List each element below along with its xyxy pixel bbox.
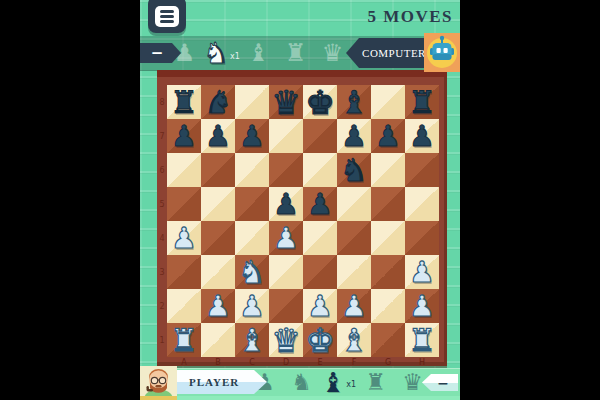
square-b7[interactable]: ♟ bbox=[201, 119, 235, 153]
piece-black-pawn[interactable]: ♟ bbox=[337, 119, 371, 153]
piece-black-pawn[interactable]: ♟ bbox=[405, 119, 439, 153]
piece-black-rook[interactable]: ♜ bbox=[405, 85, 439, 119]
square-e7[interactable] bbox=[303, 119, 337, 153]
captured-rook-slot: ♜ bbox=[277, 41, 314, 65]
piece-white-pawn[interactable]: ♟ bbox=[405, 255, 439, 289]
captured-knight-slot: ♞x1 bbox=[203, 39, 240, 68]
rank-labels: 87654321 bbox=[157, 85, 167, 357]
piece-black-queen[interactable]: ♛ bbox=[269, 85, 303, 119]
square-a2[interactable] bbox=[167, 289, 201, 323]
square-g8[interactable] bbox=[371, 85, 405, 119]
piece-black-knight[interactable]: ♞ bbox=[337, 153, 371, 187]
square-c1[interactable]: ♝ bbox=[235, 323, 269, 357]
square-b3[interactable] bbox=[201, 255, 235, 289]
square-h4[interactable] bbox=[405, 221, 439, 255]
chess-board-frame: 87654321 ♜♞♛♚♝♜♟♟♟♟♟♟♞♟♟♟♟♞♟♟♟♟♟♟♜♝♛♚♝♜ … bbox=[157, 70, 447, 366]
square-f3[interactable] bbox=[337, 255, 371, 289]
square-f6[interactable]: ♞ bbox=[337, 153, 371, 187]
square-d7[interactable] bbox=[269, 119, 303, 153]
square-a3[interactable] bbox=[167, 255, 201, 289]
captured-knight-icon: ♞ bbox=[291, 371, 312, 394]
square-f5[interactable] bbox=[337, 187, 371, 221]
chess-board: ♜♞♛♚♝♜♟♟♟♟♟♟♞♟♟♟♟♞♟♟♟♟♟♟♜♝♛♚♝♜ bbox=[167, 85, 439, 357]
square-h1[interactable]: ♜ bbox=[405, 323, 439, 357]
computer-name-label: COMPUTER bbox=[362, 47, 426, 59]
file-label-c: C bbox=[235, 358, 269, 367]
piece-white-bishop[interactable]: ♝ bbox=[235, 323, 269, 357]
captured-queen-icon: ♛ bbox=[322, 41, 344, 65]
piece-black-rook[interactable]: ♜ bbox=[167, 85, 201, 119]
square-g2[interactable] bbox=[371, 289, 405, 323]
rank-label-1: 1 bbox=[157, 323, 167, 357]
square-c3[interactable]: ♞ bbox=[235, 255, 269, 289]
computer-avatar bbox=[424, 33, 460, 72]
square-d1[interactable]: ♛ bbox=[269, 323, 303, 357]
captured-bishop-icon: ♝ bbox=[248, 41, 270, 65]
square-g1[interactable] bbox=[371, 323, 405, 357]
player-avatar bbox=[140, 366, 177, 400]
square-c7[interactable]: ♟ bbox=[235, 119, 269, 153]
file-label-h: H bbox=[405, 358, 439, 367]
piece-white-pawn[interactable]: ♟ bbox=[405, 289, 439, 323]
square-d6[interactable] bbox=[269, 153, 303, 187]
piece-black-pawn[interactable]: ♟ bbox=[371, 119, 405, 153]
square-c4[interactable] bbox=[235, 221, 269, 255]
computer-captured-tray: ♟♞x1♝♜♛ bbox=[166, 36, 351, 70]
square-h6[interactable] bbox=[405, 153, 439, 187]
captured-rook-icon: ♜ bbox=[285, 41, 307, 65]
captured-bishop-slot: ♝x1 bbox=[320, 369, 357, 396]
rank-label-5: 5 bbox=[157, 187, 167, 221]
rank-label-8: 8 bbox=[157, 85, 167, 119]
menu-button[interactable] bbox=[148, 0, 186, 33]
file-label-d: D bbox=[269, 358, 303, 367]
file-label-e: E bbox=[303, 358, 337, 367]
computer-name-ribbon: COMPUTER bbox=[346, 38, 434, 68]
file-label-g: G bbox=[371, 358, 405, 367]
file-label-f: F bbox=[337, 358, 371, 367]
square-d8[interactable]: ♛ bbox=[269, 85, 303, 119]
square-a4[interactable]: ♟ bbox=[167, 221, 201, 255]
moves-counter: 5 MOVES bbox=[367, 7, 453, 27]
bottom-edge-strip bbox=[140, 396, 460, 400]
piece-black-pawn[interactable]: ♟ bbox=[167, 119, 201, 153]
app-window: 5 MOVES − ♟♞x1♝♜♛ COMPUTER 87654321 ♜ bbox=[0, 0, 600, 400]
square-e6[interactable] bbox=[303, 153, 337, 187]
square-h7[interactable]: ♟ bbox=[405, 119, 439, 153]
square-g3[interactable] bbox=[371, 255, 405, 289]
square-c6[interactable] bbox=[235, 153, 269, 187]
piece-black-bishop[interactable]: ♝ bbox=[337, 85, 371, 119]
captured-knight-slot: ♞ bbox=[283, 371, 320, 394]
captured-knight-icon: ♞ bbox=[203, 39, 229, 68]
rank-label-3: 3 bbox=[157, 255, 167, 289]
square-e2[interactable]: ♟ bbox=[303, 289, 337, 323]
square-f4[interactable] bbox=[337, 221, 371, 255]
square-f7[interactable]: ♟ bbox=[337, 119, 371, 153]
square-a1[interactable]: ♜ bbox=[167, 323, 201, 357]
square-d3[interactable] bbox=[269, 255, 303, 289]
hamburger-menu-icon bbox=[155, 6, 179, 27]
square-e1[interactable]: ♚ bbox=[303, 323, 337, 357]
piece-black-knight[interactable]: ♞ bbox=[201, 85, 235, 119]
captured-bishop-count: x1 bbox=[346, 380, 356, 389]
piece-black-pawn[interactable]: ♟ bbox=[235, 119, 269, 153]
square-e3[interactable] bbox=[303, 255, 337, 289]
piece-white-queen[interactable]: ♛ bbox=[269, 323, 303, 357]
square-e4[interactable] bbox=[303, 221, 337, 255]
square-c2[interactable]: ♟ bbox=[235, 289, 269, 323]
square-a8[interactable]: ♜ bbox=[167, 85, 201, 119]
rank-label-4: 4 bbox=[157, 221, 167, 255]
square-f1[interactable]: ♝ bbox=[337, 323, 371, 357]
piece-white-pawn[interactable]: ♟ bbox=[167, 221, 201, 255]
robot-icon bbox=[424, 33, 460, 72]
square-g6[interactable] bbox=[371, 153, 405, 187]
game-screen: 5 MOVES − ♟♞x1♝♜♛ COMPUTER 87654321 ♜ bbox=[140, 0, 460, 400]
captured-queen-icon: ♛ bbox=[402, 371, 423, 394]
square-c5[interactable] bbox=[235, 187, 269, 221]
captured-rook-icon: ♜ bbox=[365, 371, 386, 394]
square-b8[interactable]: ♞ bbox=[201, 85, 235, 119]
player-captured-tray: ♟♞♝x1♜♛ bbox=[246, 368, 431, 396]
piece-white-pawn[interactable]: ♟ bbox=[303, 289, 337, 323]
square-f8[interactable]: ♝ bbox=[337, 85, 371, 119]
piece-black-king[interactable]: ♚ bbox=[303, 85, 337, 119]
file-labels: ABCDEFGH bbox=[167, 358, 439, 367]
square-d4[interactable]: ♟ bbox=[269, 221, 303, 255]
square-h5[interactable] bbox=[405, 187, 439, 221]
square-d2[interactable] bbox=[269, 289, 303, 323]
piece-white-rook[interactable]: ♜ bbox=[405, 323, 439, 357]
square-h8[interactable]: ♜ bbox=[405, 85, 439, 119]
captured-knight-count: x1 bbox=[230, 52, 240, 61]
square-f2[interactable]: ♟ bbox=[337, 289, 371, 323]
piece-white-pawn[interactable]: ♟ bbox=[201, 289, 235, 323]
square-d5[interactable]: ♟ bbox=[269, 187, 303, 221]
captured-bishop-icon: ♝ bbox=[321, 369, 345, 396]
captured-queen-slot: ♛ bbox=[314, 41, 351, 65]
square-b2[interactable]: ♟ bbox=[201, 289, 235, 323]
piece-white-pawn[interactable]: ♟ bbox=[235, 289, 269, 323]
rank-label-2: 2 bbox=[157, 289, 167, 323]
square-c8[interactable] bbox=[235, 85, 269, 119]
piece-black-pawn[interactable]: ♟ bbox=[269, 187, 303, 221]
piece-white-bishop[interactable]: ♝ bbox=[337, 323, 371, 357]
captured-bishop-slot: ♝ bbox=[240, 41, 277, 65]
square-e8[interactable]: ♚ bbox=[303, 85, 337, 119]
player-name-ribbon: PLAYER bbox=[177, 370, 267, 394]
piece-black-pawn[interactable]: ♟ bbox=[303, 187, 337, 221]
square-a5[interactable] bbox=[167, 187, 201, 221]
rank-label-6: 6 bbox=[157, 153, 167, 187]
captured-rook-slot: ♜ bbox=[357, 371, 394, 394]
square-b5[interactable] bbox=[201, 187, 235, 221]
piece-white-knight[interactable]: ♞ bbox=[235, 255, 269, 289]
square-a6[interactable] bbox=[167, 153, 201, 187]
square-e5[interactable]: ♟ bbox=[303, 187, 337, 221]
square-b4[interactable] bbox=[201, 221, 235, 255]
square-b1[interactable] bbox=[201, 323, 235, 357]
square-g7[interactable]: ♟ bbox=[371, 119, 405, 153]
piece-white-rook[interactable]: ♜ bbox=[167, 323, 201, 357]
square-h3[interactable]: ♟ bbox=[405, 255, 439, 289]
piece-white-pawn[interactable]: ♟ bbox=[337, 289, 371, 323]
man-avatar-icon bbox=[140, 366, 177, 398]
piece-white-pawn[interactable]: ♟ bbox=[269, 221, 303, 255]
rank-label-7: 7 bbox=[157, 119, 167, 153]
square-h2[interactable]: ♟ bbox=[405, 289, 439, 323]
square-b6[interactable] bbox=[201, 153, 235, 187]
player-name-label: PLAYER bbox=[189, 376, 239, 388]
square-g5[interactable] bbox=[371, 187, 405, 221]
square-a7[interactable]: ♟ bbox=[167, 119, 201, 153]
square-g4[interactable] bbox=[371, 221, 405, 255]
piece-black-pawn[interactable]: ♟ bbox=[201, 119, 235, 153]
piece-white-king[interactable]: ♚ bbox=[303, 323, 337, 357]
file-label-b: B bbox=[201, 358, 235, 367]
